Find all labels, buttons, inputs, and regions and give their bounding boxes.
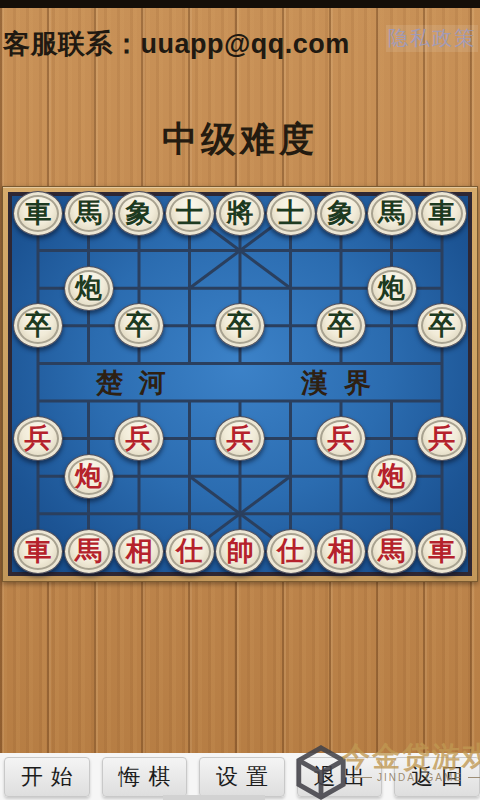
undo-button[interactable]: 悔棋 — [102, 757, 188, 797]
back-button[interactable]: 返回 — [394, 757, 480, 797]
piece-red-cannon[interactable]: 炮 — [64, 454, 114, 499]
toolbar: 开始 悔棋 设置 退出 返回 — [0, 753, 480, 800]
piece-black-cannon[interactable]: 炮 — [64, 266, 114, 311]
piece-red-chariot[interactable]: 車 — [13, 529, 63, 574]
piece-black-soldier[interactable]: 卒 — [114, 303, 164, 348]
piece-black-soldier[interactable]: 卒 — [316, 303, 366, 348]
piece-black-advisor[interactable]: 士 — [266, 191, 316, 236]
piece-red-advisor[interactable]: 仕 — [165, 529, 215, 574]
piece-black-elephant[interactable]: 象 — [114, 191, 164, 236]
piece-black-elephant[interactable]: 象 — [316, 191, 366, 236]
piece-red-horse[interactable]: 馬 — [64, 529, 114, 574]
board-grid — [8, 192, 472, 576]
piece-red-general[interactable]: 帥 — [215, 529, 265, 574]
piece-red-chariot[interactable]: 車 — [417, 529, 467, 574]
contact-text: 客服联系：uuapp@qq.com — [3, 26, 350, 62]
board-field[interactable]: 楚河 漢界 車馬象士將士象馬車炮炮卒卒卒卒卒兵兵兵兵兵炮炮車馬相仕帥仕相馬車 — [8, 192, 472, 576]
start-button[interactable]: 开始 — [4, 757, 90, 797]
status-bar-strip — [0, 0, 480, 8]
piece-black-horse[interactable]: 馬 — [367, 191, 417, 236]
page-title: 中级难度 — [0, 116, 480, 163]
piece-red-elephant[interactable]: 相 — [316, 529, 366, 574]
button-row: 开始 悔棋 设置 退出 返回 — [0, 753, 480, 797]
exit-button[interactable]: 退出 — [297, 757, 383, 797]
piece-red-soldier[interactable]: 兵 — [417, 416, 467, 461]
piece-black-soldier[interactable]: 卒 — [215, 303, 265, 348]
hidden-row-strip — [163, 795, 265, 800]
piece-red-horse[interactable]: 馬 — [367, 529, 417, 574]
settings-button[interactable]: 设置 — [199, 757, 285, 797]
piece-black-cannon[interactable]: 炮 — [367, 266, 417, 311]
piece-black-soldier[interactable]: 卒 — [417, 303, 467, 348]
piece-red-advisor[interactable]: 仕 — [266, 529, 316, 574]
piece-black-general[interactable]: 將 — [215, 191, 265, 236]
piece-black-horse[interactable]: 馬 — [64, 191, 114, 236]
piece-red-soldier[interactable]: 兵 — [13, 416, 63, 461]
piece-red-soldier[interactable]: 兵 — [316, 416, 366, 461]
piece-black-chariot[interactable]: 車 — [13, 191, 63, 236]
privacy-policy-link[interactable]: 隐私政策 — [386, 25, 478, 52]
piece-red-cannon[interactable]: 炮 — [367, 454, 417, 499]
piece-black-soldier[interactable]: 卒 — [13, 303, 63, 348]
piece-black-chariot[interactable]: 車 — [417, 191, 467, 236]
piece-black-advisor[interactable]: 士 — [165, 191, 215, 236]
xiangqi-board: 楚河 漢界 車馬象士將士象馬車炮炮卒卒卒卒卒兵兵兵兵兵炮炮車馬相仕帥仕相馬車 — [2, 186, 478, 582]
piece-red-soldier[interactable]: 兵 — [114, 416, 164, 461]
piece-red-soldier[interactable]: 兵 — [215, 416, 265, 461]
piece-red-elephant[interactable]: 相 — [114, 529, 164, 574]
app-screen: 客服联系：uuapp@qq.com 隐私政策 中级难度 楚河 漢界 車馬象士將士… — [0, 0, 480, 800]
